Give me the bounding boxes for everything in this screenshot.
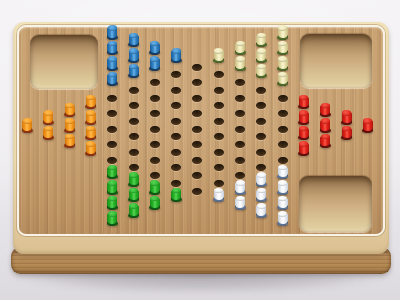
scene xyxy=(0,0,400,300)
peg-cap xyxy=(236,180,245,186)
peg-cap xyxy=(86,110,95,116)
hole[interactable] xyxy=(278,110,288,117)
hole[interactable] xyxy=(171,118,181,125)
peg-cap xyxy=(108,72,117,78)
peg-pale-yellow[interactable] xyxy=(277,71,288,86)
peg-red[interactable] xyxy=(320,102,331,117)
hole[interactable] xyxy=(256,149,266,156)
peg-white[interactable] xyxy=(277,164,288,179)
hole[interactable] xyxy=(171,149,181,156)
peg-cap xyxy=(65,103,74,109)
peg-pale-yellow[interactable] xyxy=(256,48,267,63)
peg-cap xyxy=(108,165,117,171)
hole[interactable] xyxy=(129,133,139,140)
hole[interactable] xyxy=(171,87,181,94)
hole[interactable] xyxy=(129,149,139,156)
peg-cap xyxy=(129,203,138,209)
peg-green[interactable] xyxy=(107,195,118,210)
peg-white[interactable] xyxy=(277,180,288,195)
peg-white[interactable] xyxy=(256,187,267,202)
peg-cap xyxy=(257,172,266,178)
peg-orange[interactable] xyxy=(85,125,96,140)
hole[interactable] xyxy=(278,157,288,164)
hole[interactable] xyxy=(278,141,288,148)
peg-blue[interactable] xyxy=(107,40,118,55)
hole[interactable] xyxy=(107,126,117,133)
peg-red[interactable] xyxy=(298,110,309,125)
peg-red[interactable] xyxy=(320,133,331,148)
peg-pale-yellow[interactable] xyxy=(235,40,246,55)
peg-blue[interactable] xyxy=(149,40,160,55)
hole[interactable] xyxy=(192,141,202,148)
peg-cap xyxy=(129,172,138,178)
peg-green[interactable] xyxy=(128,187,139,202)
peg-cap xyxy=(342,110,351,116)
hole[interactable] xyxy=(256,102,266,109)
peg-pale-yellow[interactable] xyxy=(235,56,246,71)
peg-cap xyxy=(363,118,372,124)
hole[interactable] xyxy=(214,180,224,187)
peg-cap xyxy=(278,72,287,78)
peg-cap xyxy=(257,188,266,194)
hole[interactable] xyxy=(235,110,245,117)
peg-orange[interactable] xyxy=(64,133,75,148)
hole[interactable] xyxy=(129,87,139,94)
hole[interactable] xyxy=(150,110,160,117)
hole[interactable] xyxy=(192,110,202,117)
peg-pale-yellow[interactable] xyxy=(277,25,288,40)
peg-green[interactable] xyxy=(107,211,118,226)
peg-layer xyxy=(0,0,400,300)
peg-cap xyxy=(108,25,117,31)
peg-blue[interactable] xyxy=(128,32,139,47)
peg-cap xyxy=(44,110,53,116)
peg-cap xyxy=(108,56,117,62)
hole[interactable] xyxy=(150,95,160,102)
peg-white[interactable] xyxy=(213,187,224,202)
hole[interactable] xyxy=(107,157,117,164)
hole[interactable] xyxy=(150,141,160,148)
hole[interactable] xyxy=(150,172,160,179)
peg-cap xyxy=(108,196,117,202)
peg-blue[interactable] xyxy=(128,48,139,63)
peg-white[interactable] xyxy=(235,195,246,210)
hole[interactable] xyxy=(278,126,288,133)
peg-cap xyxy=(150,41,159,47)
hole[interactable] xyxy=(192,157,202,164)
peg-cap xyxy=(65,134,74,140)
peg-orange[interactable] xyxy=(64,102,75,117)
hole[interactable] xyxy=(192,126,202,133)
peg-red[interactable] xyxy=(298,94,309,109)
hole[interactable] xyxy=(192,64,202,71)
hole[interactable] xyxy=(171,133,181,140)
hole[interactable] xyxy=(171,164,181,171)
peg-green[interactable] xyxy=(107,164,118,179)
hole[interactable] xyxy=(107,95,117,102)
peg-cap xyxy=(278,211,287,217)
hole[interactable] xyxy=(171,180,181,187)
hole[interactable] xyxy=(150,157,160,164)
hole[interactable] xyxy=(192,79,202,86)
peg-cap xyxy=(150,196,159,202)
hole[interactable] xyxy=(235,95,245,102)
peg-pale-yellow[interactable] xyxy=(213,48,224,63)
peg-orange[interactable] xyxy=(85,94,96,109)
peg-cap xyxy=(321,103,330,109)
hole[interactable] xyxy=(150,126,160,133)
peg-green[interactable] xyxy=(107,180,118,195)
hole[interactable] xyxy=(192,95,202,102)
peg-cap xyxy=(257,64,266,70)
peg-orange[interactable] xyxy=(22,118,33,133)
hole[interactable] xyxy=(278,95,288,102)
peg-cap xyxy=(172,188,181,194)
peg-pale-yellow[interactable] xyxy=(256,63,267,78)
peg-orange[interactable] xyxy=(85,110,96,125)
peg-cap xyxy=(321,134,330,140)
peg-red[interactable] xyxy=(298,141,309,156)
peg-pale-yellow[interactable] xyxy=(277,56,288,71)
hole[interactable] xyxy=(214,149,224,156)
hole[interactable] xyxy=(129,102,139,109)
hole[interactable] xyxy=(192,172,202,179)
hole[interactable] xyxy=(214,164,224,171)
peg-blue[interactable] xyxy=(171,48,182,63)
peg-red[interactable] xyxy=(341,110,352,125)
hole[interactable] xyxy=(214,71,224,78)
hole[interactable] xyxy=(235,172,245,179)
peg-cap xyxy=(321,118,330,124)
peg-cap xyxy=(257,33,266,39)
hole[interactable] xyxy=(214,87,224,94)
hole[interactable] xyxy=(214,102,224,109)
hole[interactable] xyxy=(235,141,245,148)
peg-red[interactable] xyxy=(341,125,352,140)
hole[interactable] xyxy=(214,118,224,125)
peg-cap xyxy=(278,196,287,202)
peg-cap xyxy=(129,48,138,54)
peg-cap xyxy=(214,48,223,54)
peg-pale-yellow[interactable] xyxy=(277,40,288,55)
peg-orange[interactable] xyxy=(43,110,54,125)
peg-cap xyxy=(236,41,245,47)
peg-cap xyxy=(299,110,308,116)
hole[interactable] xyxy=(235,157,245,164)
peg-cap xyxy=(172,48,181,54)
peg-cap xyxy=(150,56,159,62)
peg-orange[interactable] xyxy=(85,141,96,156)
peg-cap xyxy=(257,203,266,209)
peg-cap xyxy=(278,180,287,186)
peg-cap xyxy=(236,196,245,202)
peg-cap xyxy=(236,56,245,62)
peg-blue[interactable] xyxy=(107,71,118,86)
peg-green[interactable] xyxy=(128,203,139,218)
hole[interactable] xyxy=(150,79,160,86)
peg-white[interactable] xyxy=(277,195,288,210)
peg-white[interactable] xyxy=(235,180,246,195)
hole[interactable] xyxy=(107,110,117,117)
peg-red[interactable] xyxy=(362,118,373,133)
peg-cap xyxy=(86,141,95,147)
peg-orange[interactable] xyxy=(43,125,54,140)
hole[interactable] xyxy=(171,102,181,109)
peg-cap xyxy=(108,211,117,217)
hole[interactable] xyxy=(171,71,181,78)
hole[interactable] xyxy=(129,164,139,171)
peg-green[interactable] xyxy=(171,187,182,202)
peg-cap xyxy=(23,118,32,124)
peg-pale-yellow[interactable] xyxy=(256,32,267,47)
peg-blue[interactable] xyxy=(107,25,118,40)
peg-cap xyxy=(278,56,287,62)
peg-green[interactable] xyxy=(128,172,139,187)
hole[interactable] xyxy=(256,164,266,171)
peg-cap xyxy=(257,48,266,54)
hole[interactable] xyxy=(214,133,224,140)
peg-blue[interactable] xyxy=(107,56,118,71)
peg-cap xyxy=(108,41,117,47)
hole[interactable] xyxy=(107,141,117,148)
hole[interactable] xyxy=(256,118,266,125)
peg-cap xyxy=(278,165,287,171)
peg-red[interactable] xyxy=(298,125,309,140)
peg-white[interactable] xyxy=(256,172,267,187)
peg-cap xyxy=(65,118,74,124)
hole[interactable] xyxy=(192,188,202,195)
peg-orange[interactable] xyxy=(64,118,75,133)
peg-green[interactable] xyxy=(149,195,160,210)
peg-red[interactable] xyxy=(320,118,331,133)
peg-cap xyxy=(108,180,117,186)
peg-white[interactable] xyxy=(277,211,288,226)
peg-white[interactable] xyxy=(256,203,267,218)
hole[interactable] xyxy=(256,87,266,94)
peg-cap xyxy=(299,141,308,147)
hole[interactable] xyxy=(235,126,245,133)
peg-blue[interactable] xyxy=(149,56,160,71)
hole[interactable] xyxy=(256,133,266,140)
peg-cap xyxy=(278,25,287,31)
peg-blue[interactable] xyxy=(128,63,139,78)
hole[interactable] xyxy=(235,79,245,86)
peg-cap xyxy=(278,41,287,47)
hole[interactable] xyxy=(129,118,139,125)
peg-cap xyxy=(44,126,53,132)
peg-green[interactable] xyxy=(149,180,160,195)
peg-cap xyxy=(150,180,159,186)
